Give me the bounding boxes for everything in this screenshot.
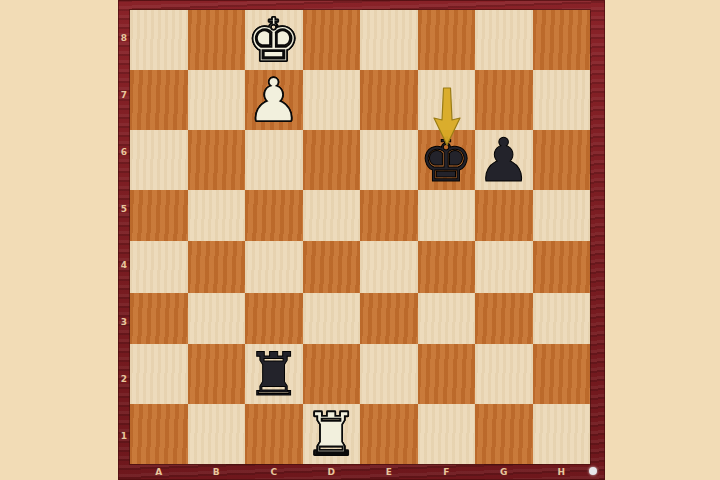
square-c7[interactable]: ♟ <box>245 70 303 130</box>
square-g5[interactable] <box>475 190 533 241</box>
square-f6[interactable]: ♚ <box>418 130 476 190</box>
square-a3[interactable] <box>130 293 188 344</box>
square-h1[interactable] <box>533 404 591 464</box>
rank-label-3: 3 <box>118 294 130 351</box>
square-g1[interactable] <box>475 404 533 464</box>
square-b2[interactable] <box>188 344 246 404</box>
square-g4[interactable] <box>475 241 533 292</box>
square-e2[interactable] <box>360 344 418 404</box>
square-f8[interactable] <box>418 10 476 70</box>
square-e6[interactable] <box>360 130 418 190</box>
square-d5[interactable] <box>303 190 361 241</box>
file-label-F: F <box>418 464 476 480</box>
piece-black-pawn-g6[interactable]: ♟ <box>477 130 531 190</box>
square-c2[interactable]: ♜ <box>245 344 303 404</box>
square-g3[interactable] <box>475 293 533 344</box>
square-d7[interactable] <box>303 70 361 130</box>
square-b6[interactable] <box>188 130 246 190</box>
square-f2[interactable] <box>418 344 476 404</box>
file-label-D: D <box>303 464 361 480</box>
square-e3[interactable] <box>360 293 418 344</box>
square-e1[interactable] <box>360 404 418 464</box>
square-b5[interactable] <box>188 190 246 241</box>
square-d6[interactable] <box>303 130 361 190</box>
square-h4[interactable] <box>533 241 591 292</box>
piece-black-rook-c2[interactable]: ♜ <box>247 344 301 404</box>
rank-label-5: 5 <box>118 180 130 237</box>
square-a2[interactable] <box>130 344 188 404</box>
file-label-A: A <box>130 464 188 480</box>
rank-label-7: 7 <box>118 67 130 124</box>
square-f5[interactable] <box>418 190 476 241</box>
piece-black-king-f6[interactable]: ♚ <box>419 130 473 190</box>
white-to-move-indicator <box>589 467 597 475</box>
square-a7[interactable] <box>130 70 188 130</box>
rank-label-8: 8 <box>118 10 130 67</box>
piece-white-rook-d1[interactable]: ♜ <box>304 404 358 464</box>
square-g8[interactable] <box>475 10 533 70</box>
square-e5[interactable] <box>360 190 418 241</box>
chessboard: 87654321 ♚♟♚♟♜♜ ABCDEFGH <box>118 0 605 480</box>
square-h6[interactable] <box>533 130 591 190</box>
rank-label-6: 6 <box>118 124 130 181</box>
square-d1[interactable]: ♜ <box>303 404 361 464</box>
square-h2[interactable] <box>533 344 591 404</box>
square-c5[interactable] <box>245 190 303 241</box>
file-label-H: H <box>533 464 591 480</box>
square-b3[interactable] <box>188 293 246 344</box>
square-c3[interactable] <box>245 293 303 344</box>
square-a1[interactable] <box>130 404 188 464</box>
square-d2[interactable] <box>303 344 361 404</box>
square-f7[interactable] <box>418 70 476 130</box>
square-c4[interactable] <box>245 241 303 292</box>
square-e4[interactable] <box>360 241 418 292</box>
square-b8[interactable] <box>188 10 246 70</box>
piece-white-king-c8[interactable]: ♚ <box>247 10 301 70</box>
square-d4[interactable] <box>303 241 361 292</box>
file-label-B: B <box>188 464 246 480</box>
square-h8[interactable] <box>533 10 591 70</box>
square-g2[interactable] <box>475 344 533 404</box>
square-h7[interactable] <box>533 70 591 130</box>
square-d3[interactable] <box>303 293 361 344</box>
square-b7[interactable] <box>188 70 246 130</box>
square-f4[interactable] <box>418 241 476 292</box>
square-h5[interactable] <box>533 190 591 241</box>
rank-label-4: 4 <box>118 237 130 294</box>
rank-label-2: 2 <box>118 351 130 408</box>
rank-labels: 87654321 <box>118 10 130 464</box>
page-background: { "game": "chess", "position": { "fen": … <box>0 0 720 480</box>
square-g6[interactable]: ♟ <box>475 130 533 190</box>
square-e7[interactable] <box>360 70 418 130</box>
square-b1[interactable] <box>188 404 246 464</box>
square-c8[interactable]: ♚ <box>245 10 303 70</box>
file-labels: ABCDEFGH <box>130 464 590 480</box>
square-a5[interactable] <box>130 190 188 241</box>
piece-white-pawn-c7[interactable]: ♟ <box>247 70 301 130</box>
square-e8[interactable] <box>360 10 418 70</box>
square-a6[interactable] <box>130 130 188 190</box>
file-label-E: E <box>360 464 418 480</box>
square-f3[interactable] <box>418 293 476 344</box>
square-a8[interactable] <box>130 10 188 70</box>
square-d8[interactable] <box>303 10 361 70</box>
square-a4[interactable] <box>130 241 188 292</box>
file-label-G: G <box>475 464 533 480</box>
square-c6[interactable] <box>245 130 303 190</box>
square-h3[interactable] <box>533 293 591 344</box>
rank-label-1: 1 <box>118 407 130 464</box>
square-c1[interactable] <box>245 404 303 464</box>
square-g7[interactable] <box>475 70 533 130</box>
board-grid: ♚♟♚♟♜♜ <box>130 10 590 464</box>
file-label-C: C <box>245 464 303 480</box>
square-f1[interactable] <box>418 404 476 464</box>
square-b4[interactable] <box>188 241 246 292</box>
